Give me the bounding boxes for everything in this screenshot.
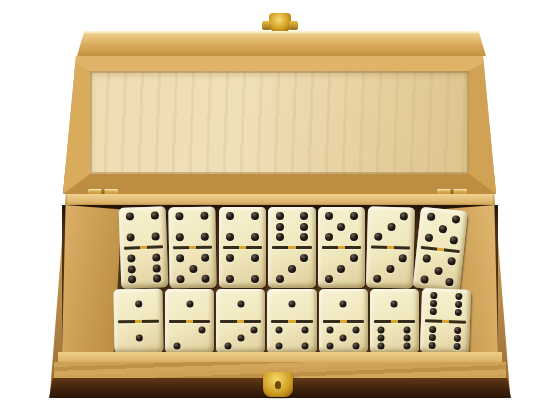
- pip: [177, 255, 185, 263]
- pip: [301, 342, 308, 349]
- pip: [430, 292, 437, 299]
- pip: [378, 342, 385, 349]
- tile-bottom-half: [114, 322, 164, 353]
- tile-top-half: [319, 289, 368, 320]
- tile-bottom-half: [216, 323, 265, 354]
- tile-bottom-half: [319, 323, 368, 354]
- tile-bottom-half: [120, 248, 169, 289]
- domino-tile-3-3: [366, 206, 416, 288]
- tile-bottom-half: [267, 323, 316, 354]
- pip: [399, 255, 407, 263]
- pip: [454, 335, 461, 342]
- pip: [128, 275, 136, 283]
- tile-bottom-half: [169, 249, 217, 289]
- pip: [189, 264, 197, 272]
- pip: [199, 326, 206, 333]
- pip: [126, 213, 134, 221]
- pip: [226, 275, 234, 283]
- domino-row-2: [114, 289, 470, 353]
- pip: [300, 233, 308, 241]
- tile-top-half: [267, 289, 316, 320]
- pip: [420, 275, 429, 284]
- tile-top-half: [421, 288, 471, 320]
- pip: [350, 254, 358, 262]
- pip: [276, 233, 284, 241]
- tile-top-half: [219, 207, 266, 246]
- pip: [378, 334, 385, 341]
- pip: [454, 342, 461, 349]
- tile-bottom-half: [219, 249, 266, 288]
- pip: [202, 274, 210, 282]
- pip: [433, 266, 442, 275]
- pip: [350, 233, 358, 241]
- pip: [177, 233, 185, 241]
- lid-top-edge: [77, 31, 486, 56]
- pip: [429, 308, 436, 315]
- pip: [176, 213, 184, 221]
- tile-bottom-half: [420, 322, 470, 354]
- pip: [152, 232, 160, 240]
- pip: [438, 224, 447, 233]
- pip: [455, 301, 462, 308]
- pip: [350, 212, 358, 220]
- pip: [449, 236, 458, 245]
- tile-top-half: [113, 289, 163, 320]
- pip: [288, 265, 296, 273]
- pip: [325, 233, 333, 241]
- pip: [201, 212, 209, 220]
- tile-top-half: [169, 207, 217, 247]
- pip: [251, 233, 259, 241]
- tile-top-half: [417, 207, 468, 251]
- pip: [447, 257, 456, 266]
- pip: [375, 232, 383, 240]
- pip: [425, 233, 434, 242]
- tile-top-half: [268, 207, 315, 246]
- pip: [455, 309, 462, 316]
- pip: [352, 326, 359, 333]
- pip: [251, 275, 259, 283]
- pip: [186, 301, 193, 308]
- lid-inner-panel: [90, 71, 469, 174]
- pip: [327, 342, 334, 349]
- pip: [400, 213, 408, 221]
- domino-tile-4-4: [219, 207, 266, 288]
- domino-tile-5-3: [318, 207, 365, 288]
- pip: [422, 255, 431, 264]
- pip: [427, 213, 436, 222]
- pip: [276, 223, 284, 231]
- domino-tile-4-6: [119, 206, 169, 289]
- domino-tile-6-3: [268, 207, 315, 288]
- domino-row-1: [120, 207, 464, 288]
- pip: [455, 293, 462, 300]
- pip: [404, 334, 411, 341]
- lid-clasp: [269, 13, 291, 32]
- pip: [340, 334, 347, 341]
- tile-top-half: [318, 207, 365, 246]
- pip: [250, 326, 257, 333]
- pip: [445, 277, 454, 286]
- tile-bottom-half: [412, 249, 463, 293]
- pip: [352, 342, 359, 349]
- domino-tile-5-5: [412, 207, 468, 293]
- pip: [226, 254, 234, 262]
- pip: [300, 212, 308, 220]
- pip: [276, 342, 283, 349]
- pip: [152, 254, 160, 262]
- pip: [327, 326, 334, 333]
- pip: [288, 301, 295, 308]
- tile-bottom-half: [165, 323, 214, 354]
- pip: [151, 212, 159, 220]
- pip: [153, 264, 161, 272]
- pip: [337, 223, 345, 231]
- pip: [127, 233, 135, 241]
- pip: [251, 212, 259, 220]
- tile-bottom-half: [318, 249, 365, 288]
- domino-tile-1-5: [319, 289, 368, 353]
- pip: [225, 342, 232, 349]
- pip: [237, 334, 244, 341]
- pip: [378, 326, 385, 333]
- pip: [451, 215, 460, 224]
- pip: [325, 212, 333, 220]
- pip: [135, 301, 142, 308]
- pip: [337, 265, 345, 273]
- lid-inner-face: [63, 56, 496, 194]
- pip: [301, 326, 308, 333]
- front-clasp: [263, 372, 293, 397]
- pip: [276, 326, 283, 333]
- domino-tile-1-1: [113, 289, 163, 354]
- pip: [429, 326, 436, 333]
- tray-left-wall: [62, 205, 122, 355]
- pip: [202, 254, 210, 262]
- pip: [454, 327, 461, 334]
- pip: [428, 342, 435, 349]
- pip: [404, 326, 411, 333]
- pip: [276, 212, 284, 220]
- pip: [128, 265, 136, 273]
- pip: [128, 255, 136, 263]
- pip: [325, 275, 333, 283]
- domino-tile-1-6: [370, 289, 419, 353]
- domino-tile-6-6: [420, 288, 471, 354]
- pip: [391, 301, 398, 308]
- pip: [387, 222, 395, 230]
- domino-tile-1-3: [216, 289, 265, 353]
- pip: [153, 274, 161, 282]
- tile-bottom-half: [366, 248, 414, 288]
- tile-top-half: [370, 289, 419, 320]
- tile-top-half: [216, 289, 265, 320]
- domino-tile-1-4: [267, 289, 316, 353]
- tile-bottom-half: [370, 323, 419, 354]
- pip: [374, 274, 382, 282]
- pip: [173, 342, 180, 349]
- tile-top-half: [367, 206, 415, 246]
- domino-tile-4-5: [169, 207, 218, 289]
- pip: [276, 275, 284, 283]
- pip: [251, 254, 259, 262]
- pip: [340, 301, 347, 308]
- pip: [300, 223, 308, 231]
- pip: [430, 300, 437, 307]
- domino-tray: [62, 205, 498, 355]
- domino-box-photo: [0, 0, 560, 409]
- tile-top-half: [165, 289, 214, 320]
- pip: [135, 334, 142, 341]
- tile-top-half: [119, 206, 168, 247]
- pip: [201, 232, 209, 240]
- tile-bottom-half: [268, 249, 315, 288]
- pip: [226, 212, 234, 220]
- pip: [300, 254, 308, 262]
- pip: [386, 264, 394, 272]
- pip: [177, 275, 185, 283]
- domino-tile-1-2: [165, 289, 214, 353]
- pip: [237, 301, 244, 308]
- pip: [404, 342, 411, 349]
- pip: [428, 334, 435, 341]
- pip: [226, 233, 234, 241]
